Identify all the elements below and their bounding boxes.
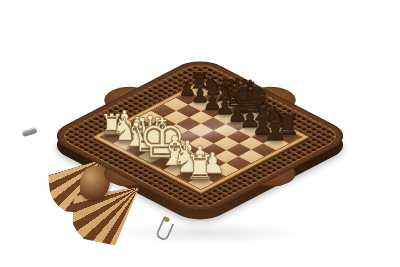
clasp-icon bbox=[21, 127, 37, 137]
product-photo: ♜♞♝♛♚♝♞♜♟♟♟♟♟♟♟♟♟♟♟♟♟♟♟♟♜♞♝♛♚♝♞♜ bbox=[0, 0, 400, 267]
